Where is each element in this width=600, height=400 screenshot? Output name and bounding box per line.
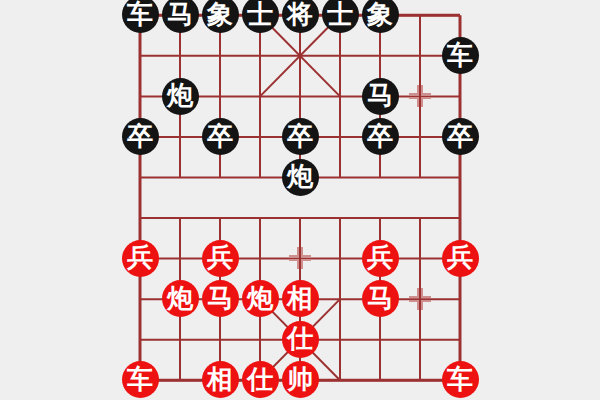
board-cell: 士 [240, 0, 280, 35]
marker-corner-bl [409, 300, 419, 310]
board-cell: 兵 [120, 238, 160, 279]
piece-black-soldier[interactable]: 卒 [202, 118, 239, 155]
board-cell: 象 [360, 0, 400, 35]
piece-black-advisor[interactable]: 士 [322, 0, 359, 33]
marker-corner-bl [289, 259, 299, 269]
board-cell: 马 [200, 279, 240, 320]
board-cell: 象 [200, 0, 240, 35]
board-cell: 卒 [200, 116, 240, 157]
piece-red-chariot[interactable]: 车 [442, 361, 479, 398]
board-cell [400, 279, 440, 320]
piece-black-cannon[interactable]: 炮 [282, 159, 319, 196]
piece-red-chariot[interactable]: 车 [122, 361, 159, 398]
board-cell: 卒 [280, 116, 320, 157]
piece-black-soldier[interactable]: 卒 [442, 118, 479, 155]
piece-black-soldier[interactable]: 卒 [282, 118, 319, 155]
marker-corner-tl [289, 247, 299, 257]
piece-red-advisor[interactable]: 仕 [242, 361, 279, 398]
piece-red-general[interactable]: 帅 [282, 361, 319, 398]
board-cell: 炮 [240, 279, 280, 320]
board-cell: 仕 [240, 360, 280, 400]
board-cell: 卒 [440, 116, 480, 157]
marker-corner-tl [409, 288, 419, 298]
marker-corner-tr [421, 288, 431, 298]
board-cell: 马 [160, 0, 200, 35]
marker-corner-br [421, 97, 431, 107]
board-cell: 马 [360, 76, 400, 117]
last-move-marker [289, 247, 311, 269]
board-cell [400, 76, 440, 117]
piece-black-horse[interactable]: 马 [362, 78, 399, 115]
board-cell: 卒 [360, 116, 400, 157]
board-cell: 车 [120, 360, 160, 400]
piece-red-elephant[interactable]: 相 [282, 280, 319, 317]
marker-corner-bl [409, 97, 419, 107]
board-cell: 炮 [280, 157, 320, 198]
piece-red-cannon[interactable]: 炮 [242, 280, 279, 317]
piece-black-cannon[interactable]: 炮 [162, 78, 199, 115]
piece-black-advisor[interactable]: 士 [242, 0, 279, 33]
board-cell: 士 [320, 0, 360, 35]
board-cell: 帅 [280, 360, 320, 400]
piece-black-soldier[interactable]: 卒 [362, 118, 399, 155]
piece-red-advisor[interactable]: 仕 [282, 321, 319, 358]
board-cell: 将 [280, 0, 320, 35]
board-cell: 兵 [360, 238, 400, 279]
piece-red-horse[interactable]: 马 [362, 280, 399, 317]
marker-corner-br [421, 300, 431, 310]
board-cell: 车 [440, 35, 480, 76]
piece-red-cannon[interactable]: 炮 [162, 280, 199, 317]
board-cell: 仕 [280, 319, 320, 360]
board-cell: 卒 [120, 116, 160, 157]
xiangqi-app-screen: 车马象士将士象车炮马卒卒卒卒卒炮兵兵兵兵炮马炮相马仕车相仕帅车 [0, 0, 600, 400]
xiangqi-board[interactable]: 车马象士将士象车炮马卒卒卒卒卒炮兵兵兵兵炮马炮相马仕车相仕帅车 [120, 0, 480, 400]
marker-corner-br [301, 259, 311, 269]
board-cell: 马 [360, 279, 400, 320]
last-move-marker [409, 288, 431, 310]
board-cell [280, 238, 320, 279]
board-grid: 车马象士将士象车炮马卒卒卒卒卒炮兵兵兵兵炮马炮相马仕车相仕帅车 [120, 0, 480, 400]
board-cell: 炮 [160, 76, 200, 117]
piece-black-chariot[interactable]: 车 [442, 37, 479, 74]
marker-corner-tl [409, 85, 419, 95]
piece-red-soldier[interactable]: 兵 [442, 240, 479, 277]
piece-black-horse[interactable]: 马 [162, 0, 199, 33]
piece-red-soldier[interactable]: 兵 [202, 240, 239, 277]
piece-red-soldier[interactable]: 兵 [362, 240, 399, 277]
board-cell: 相 [280, 279, 320, 320]
piece-red-horse[interactable]: 马 [202, 280, 239, 317]
board-cell: 车 [120, 0, 160, 35]
piece-red-soldier[interactable]: 兵 [122, 240, 159, 277]
piece-black-elephant[interactable]: 象 [202, 0, 239, 33]
piece-black-general[interactable]: 将 [282, 0, 319, 33]
piece-red-elephant[interactable]: 相 [202, 361, 239, 398]
board-cell: 炮 [160, 279, 200, 320]
piece-black-chariot[interactable]: 车 [122, 0, 159, 33]
board-cell: 车 [440, 360, 480, 400]
last-move-marker [409, 85, 431, 107]
board-cell: 相 [200, 360, 240, 400]
board-cell: 兵 [200, 238, 240, 279]
marker-corner-tr [301, 247, 311, 257]
board-cell: 兵 [440, 238, 480, 279]
piece-black-soldier[interactable]: 卒 [122, 118, 159, 155]
marker-corner-tr [421, 85, 431, 95]
piece-black-elephant[interactable]: 象 [362, 0, 399, 33]
